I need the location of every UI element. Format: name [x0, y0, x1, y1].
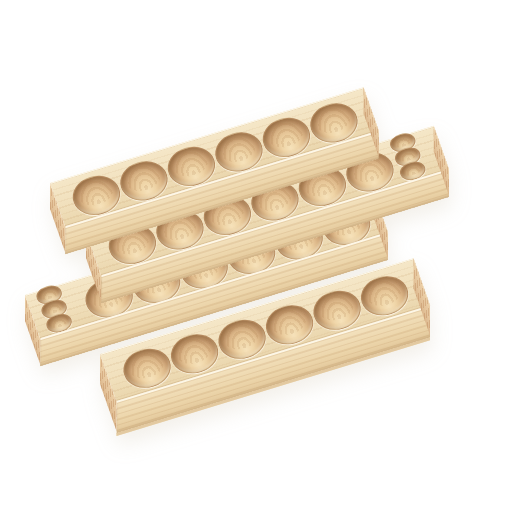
tier-1-top	[0, 0, 510, 510]
product-photo	[0, 0, 510, 510]
wooden-display-rack	[0, 0, 510, 510]
